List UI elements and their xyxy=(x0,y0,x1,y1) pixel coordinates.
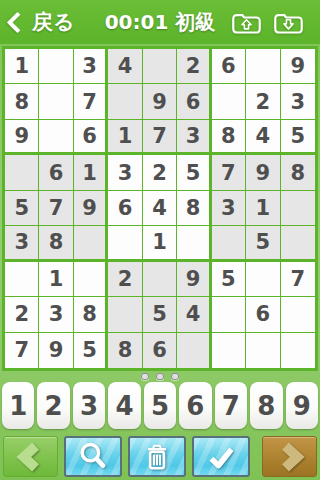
cell-r3c6[interactable]: 3 xyxy=(177,120,211,155)
cell-r4c5[interactable]: 2 xyxy=(143,155,177,190)
cell-r4c1[interactable] xyxy=(5,155,39,190)
prev-button[interactable] xyxy=(3,436,58,477)
save-button[interactable] xyxy=(231,10,262,35)
magnifier-button[interactable] xyxy=(64,436,122,477)
cell-r5c9[interactable] xyxy=(281,191,315,226)
cell-r1c3[interactable]: 3 xyxy=(74,49,108,84)
numpad-key-9[interactable]: 9 xyxy=(286,382,318,429)
load-button[interactable] xyxy=(273,10,304,35)
cell-r9c8[interactable] xyxy=(246,333,280,368)
level-badge: 初級 xyxy=(175,10,215,34)
cell-r7c6[interactable]: 9 xyxy=(177,262,211,297)
cell-r6c7[interactable] xyxy=(212,226,246,261)
cell-r8c9[interactable] xyxy=(281,297,315,332)
cell-r4c2[interactable]: 6 xyxy=(39,155,73,190)
cell-r2c1[interactable]: 8 xyxy=(5,84,39,119)
sudoku-board: 1342698796239617384561325798579648313815… xyxy=(2,46,318,371)
cell-r5c8[interactable]: 1 xyxy=(246,191,280,226)
cell-r5c4[interactable]: 6 xyxy=(108,191,142,226)
cell-r6c3[interactable] xyxy=(74,226,108,261)
cell-r3c3[interactable]: 6 xyxy=(74,120,108,155)
cell-r1c7[interactable]: 6 xyxy=(212,49,246,84)
cell-r6c9[interactable] xyxy=(281,226,315,261)
cell-r9c5[interactable]: 6 xyxy=(143,333,177,368)
trash-button[interactable] xyxy=(128,436,186,477)
cell-r7c2[interactable]: 1 xyxy=(39,262,73,297)
cell-r9c2[interactable]: 9 xyxy=(39,333,73,368)
cell-r8c4[interactable] xyxy=(108,297,142,332)
timer: 00:01 xyxy=(105,10,169,34)
page-indicator xyxy=(0,373,320,380)
cell-r7c9[interactable]: 7 xyxy=(281,262,315,297)
cell-r8c5[interactable]: 5 xyxy=(143,297,177,332)
cell-r4c4[interactable]: 3 xyxy=(108,155,142,190)
cell-r3c5[interactable]: 7 xyxy=(143,120,177,155)
page-dot-1 xyxy=(141,373,149,380)
cell-r5c2[interactable]: 7 xyxy=(39,191,73,226)
cell-r1c1[interactable]: 1 xyxy=(5,49,39,84)
cell-r6c8[interactable]: 5 xyxy=(246,226,280,261)
cell-r9c3[interactable]: 5 xyxy=(74,333,108,368)
header-bar: 戻る 00:01 初級 xyxy=(0,0,320,44)
cell-r3c7[interactable]: 8 xyxy=(212,120,246,155)
cell-r9c6[interactable] xyxy=(177,333,211,368)
trash-icon xyxy=(138,438,176,476)
cell-r1c6[interactable]: 2 xyxy=(177,49,211,84)
cell-r8c1[interactable]: 2 xyxy=(5,297,39,332)
cell-r2c5[interactable]: 9 xyxy=(143,84,177,119)
cell-r8c8[interactable]: 6 xyxy=(246,297,280,332)
cell-r1c9[interactable]: 9 xyxy=(281,49,315,84)
cell-r2c2[interactable] xyxy=(39,84,73,119)
next-button[interactable] xyxy=(262,436,317,477)
check-icon xyxy=(202,438,240,476)
cell-r2c3[interactable]: 7 xyxy=(74,84,108,119)
cell-r7c3[interactable] xyxy=(74,262,108,297)
cell-r9c9[interactable] xyxy=(281,333,315,368)
cell-r5c7[interactable]: 3 xyxy=(212,191,246,226)
page-dot-2 xyxy=(156,373,164,380)
cell-r1c4[interactable]: 4 xyxy=(108,49,142,84)
cell-r9c4[interactable]: 8 xyxy=(108,333,142,368)
cell-r3c8[interactable]: 4 xyxy=(246,120,280,155)
numpad-key-2[interactable]: 2 xyxy=(37,382,69,429)
page-dot-3 xyxy=(171,373,179,380)
cell-r3c9[interactable]: 5 xyxy=(281,120,315,155)
cell-r1c5[interactable] xyxy=(143,49,177,84)
check-button[interactable] xyxy=(192,436,250,477)
folder-up-icon xyxy=(231,10,262,35)
back-label: 戻る xyxy=(32,8,75,36)
cell-r2c6[interactable]: 6 xyxy=(177,84,211,119)
cell-r2c4[interactable] xyxy=(108,84,142,119)
cell-r8c7[interactable] xyxy=(212,297,246,332)
cell-r2c9[interactable]: 3 xyxy=(281,84,315,119)
cell-r6c5[interactable]: 1 xyxy=(143,226,177,261)
chevron-left-icon xyxy=(11,437,51,477)
cell-r4c9[interactable]: 8 xyxy=(281,155,315,190)
magnifier-icon xyxy=(74,438,112,476)
toolbar xyxy=(0,436,320,477)
chevron-left-icon xyxy=(7,11,28,32)
cell-r8c3[interactable]: 8 xyxy=(74,297,108,332)
back-button[interactable]: 戻る xyxy=(0,8,75,36)
cell-r3c4[interactable]: 1 xyxy=(108,120,142,155)
cell-r7c4[interactable]: 2 xyxy=(108,262,142,297)
cell-r4c3[interactable]: 1 xyxy=(74,155,108,190)
cell-r7c1[interactable] xyxy=(5,262,39,297)
header-actions xyxy=(231,0,304,44)
cell-r8c6[interactable]: 4 xyxy=(177,297,211,332)
cell-r5c1[interactable]: 5 xyxy=(5,191,39,226)
numpad-key-5[interactable]: 5 xyxy=(144,382,176,429)
numpad-key-4[interactable]: 4 xyxy=(108,382,140,429)
cell-r5c5[interactable]: 4 xyxy=(143,191,177,226)
cell-r8c2[interactable]: 3 xyxy=(39,297,73,332)
cell-r6c1[interactable]: 3 xyxy=(5,226,39,261)
numpad-key-8[interactable]: 8 xyxy=(250,382,282,429)
cell-r2c7[interactable] xyxy=(212,84,246,119)
cell-r2c8[interactable]: 2 xyxy=(246,84,280,119)
cell-r9c7[interactable] xyxy=(212,333,246,368)
numpad-key-7[interactable]: 7 xyxy=(215,382,247,429)
cell-r7c8[interactable] xyxy=(246,262,280,297)
cell-r6c2[interactable]: 8 xyxy=(39,226,73,261)
numpad-key-1[interactable]: 1 xyxy=(2,382,34,429)
cell-r5c3[interactable]: 9 xyxy=(74,191,108,226)
cell-r4c8[interactable]: 9 xyxy=(246,155,280,190)
numpad-key-3[interactable]: 3 xyxy=(73,382,105,429)
chevron-right-icon xyxy=(270,437,310,477)
number-pad: 123456789 xyxy=(2,382,318,429)
cell-r6c6[interactable] xyxy=(177,226,211,261)
cell-r5c6[interactable]: 8 xyxy=(177,191,211,226)
cell-r6c4[interactable] xyxy=(108,226,142,261)
cell-r7c5[interactable] xyxy=(143,262,177,297)
cell-r1c8[interactable] xyxy=(246,49,280,84)
numpad-key-6[interactable]: 6 xyxy=(179,382,211,429)
sudoku-app: 戻る 00:01 初級 13426987962396173845613257 xyxy=(0,0,320,480)
cell-r4c6[interactable]: 5 xyxy=(177,155,211,190)
cell-r1c2[interactable] xyxy=(39,49,73,84)
cell-r4c7[interactable]: 7 xyxy=(212,155,246,190)
cell-r3c1[interactable]: 9 xyxy=(5,120,39,155)
cell-r9c1[interactable]: 7 xyxy=(5,333,39,368)
cell-r7c7[interactable]: 5 xyxy=(212,262,246,297)
folder-down-icon xyxy=(273,10,304,35)
cell-r3c2[interactable] xyxy=(39,120,73,155)
